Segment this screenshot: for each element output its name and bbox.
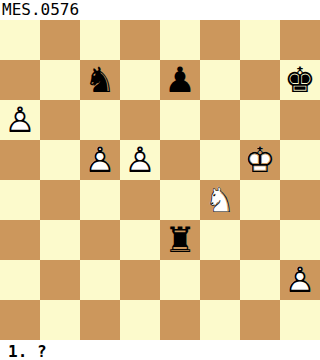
square-h4[interactable] [280,180,320,220]
square-c4[interactable] [80,180,120,220]
square-f4[interactable]: ♞♘ [200,180,240,220]
square-b3[interactable] [40,220,80,260]
square-e3[interactable]: ♜ [160,220,200,260]
square-d4[interactable] [120,180,160,220]
square-c6[interactable] [80,100,120,140]
square-a2[interactable] [0,260,40,300]
square-g7[interactable] [240,60,280,100]
piece-black-rook: ♜ [160,220,200,260]
puzzle-id: MES.0576 [0,0,320,20]
square-a8[interactable] [0,20,40,60]
piece-outline: ♙ [0,100,40,140]
square-f6[interactable] [200,100,240,140]
square-e2[interactable] [160,260,200,300]
square-h5[interactable] [280,140,320,180]
square-g3[interactable] [240,220,280,260]
piece-white-pawn: ♟♙ [80,140,120,180]
square-c8[interactable] [80,20,120,60]
piece-white-pawn: ♟♙ [0,100,40,140]
piece-outline: ♙ [280,260,320,300]
square-h2[interactable]: ♟♙ [280,260,320,300]
square-f1[interactable] [200,300,240,340]
square-c1[interactable] [80,300,120,340]
square-b4[interactable] [40,180,80,220]
square-e4[interactable] [160,180,200,220]
square-f2[interactable] [200,260,240,300]
piece-white-pawn: ♟♙ [280,260,320,300]
square-d1[interactable] [120,300,160,340]
square-c5[interactable]: ♟♙ [80,140,120,180]
square-e7[interactable]: ♟ [160,60,200,100]
square-c7[interactable]: ♞ [80,60,120,100]
square-h3[interactable] [280,220,320,260]
square-d3[interactable] [120,220,160,260]
square-e1[interactable] [160,300,200,340]
square-b1[interactable] [40,300,80,340]
square-g8[interactable] [240,20,280,60]
square-b8[interactable] [40,20,80,60]
square-d8[interactable] [120,20,160,60]
square-a6[interactable]: ♟♙ [0,100,40,140]
square-a5[interactable] [0,140,40,180]
piece-outline: ♙ [120,140,160,180]
piece-white-pawn: ♟♙ [120,140,160,180]
square-g5[interactable]: ♚♔ [240,140,280,180]
square-h6[interactable] [280,100,320,140]
square-b5[interactable] [40,140,80,180]
square-f8[interactable] [200,20,240,60]
piece-outline: ♔ [240,140,280,180]
piece-white-king: ♚♔ [240,140,280,180]
square-f3[interactable] [200,220,240,260]
square-d5[interactable]: ♟♙ [120,140,160,180]
square-a1[interactable] [0,300,40,340]
chess-board: ♞♟♚♟♙♟♙♟♙♚♔♞♘♜♟♙ [0,20,320,340]
square-e5[interactable] [160,140,200,180]
piece-white-knight: ♞♘ [200,180,240,220]
square-g2[interactable] [240,260,280,300]
square-g6[interactable] [240,100,280,140]
square-d7[interactable] [120,60,160,100]
piece-outline: ♙ [80,140,120,180]
square-b7[interactable] [40,60,80,100]
piece-black-knight: ♞ [80,60,120,100]
piece-black-king: ♚ [280,60,320,100]
square-a4[interactable] [0,180,40,220]
piece-black-pawn: ♟ [160,60,200,100]
square-b2[interactable] [40,260,80,300]
square-b6[interactable] [40,100,80,140]
square-g4[interactable] [240,180,280,220]
square-f5[interactable] [200,140,240,180]
square-c3[interactable] [80,220,120,260]
square-e8[interactable] [160,20,200,60]
square-f7[interactable] [200,60,240,100]
square-h8[interactable] [280,20,320,60]
move-prompt: 1. ? [0,340,320,360]
square-a7[interactable] [0,60,40,100]
square-e6[interactable] [160,100,200,140]
square-a3[interactable] [0,220,40,260]
square-d6[interactable] [120,100,160,140]
square-g1[interactable] [240,300,280,340]
square-c2[interactable] [80,260,120,300]
square-h1[interactable] [280,300,320,340]
piece-outline: ♘ [200,180,240,220]
square-d2[interactable] [120,260,160,300]
square-h7[interactable]: ♚ [280,60,320,100]
